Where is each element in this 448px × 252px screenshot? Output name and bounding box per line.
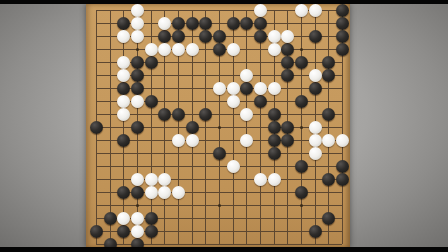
- black-stone: [254, 95, 267, 108]
- white-stone: [145, 186, 158, 199]
- white-stone: [158, 186, 171, 199]
- black-stone: [322, 56, 335, 69]
- grid-line-horizontal: [96, 140, 342, 141]
- hoshi-point: [218, 126, 221, 129]
- hoshi-point: [300, 48, 303, 51]
- black-stone: [268, 108, 281, 121]
- black-stone: [199, 30, 212, 43]
- black-stone: [213, 43, 226, 56]
- black-stone: [322, 69, 335, 82]
- white-stone: [240, 134, 253, 147]
- white-stone: [131, 17, 144, 30]
- white-stone: [158, 17, 171, 30]
- black-stone: [309, 30, 322, 43]
- hoshi-point: [300, 126, 303, 129]
- letterbox-bottom-bar: [0, 247, 448, 252]
- grid-line-vertical: [260, 10, 261, 244]
- black-stone: [131, 82, 144, 95]
- black-stone: [145, 225, 158, 238]
- white-stone: [268, 30, 281, 43]
- black-stone: [186, 17, 199, 30]
- white-stone: [227, 160, 240, 173]
- white-stone: [117, 212, 130, 225]
- black-stone: [145, 95, 158, 108]
- video-frame: [0, 0, 448, 252]
- white-stone: [172, 134, 185, 147]
- black-stone: [322, 108, 335, 121]
- black-stone: [172, 30, 185, 43]
- black-stone: [172, 108, 185, 121]
- black-stone: [213, 147, 226, 160]
- black-stone: [117, 186, 130, 199]
- go-board[interactable]: [86, 4, 350, 248]
- white-stone: [131, 225, 144, 238]
- black-stone: [90, 225, 103, 238]
- white-stone: [295, 4, 308, 17]
- black-stone: [336, 17, 349, 30]
- black-stone: [131, 56, 144, 69]
- black-stone: [131, 69, 144, 82]
- black-stone: [186, 121, 199, 134]
- black-stone: [268, 121, 281, 134]
- black-stone: [90, 121, 103, 134]
- hoshi-point: [136, 204, 139, 207]
- hoshi-point: [136, 48, 139, 51]
- white-stone: [158, 43, 171, 56]
- black-stone: [281, 43, 294, 56]
- black-stone: [336, 160, 349, 173]
- black-stone: [281, 69, 294, 82]
- white-stone: [254, 82, 267, 95]
- white-stone: [158, 173, 171, 186]
- black-stone: [104, 212, 117, 225]
- black-stone: [117, 17, 130, 30]
- grid-line-vertical: [246, 10, 247, 244]
- black-stone: [336, 43, 349, 56]
- black-stone: [117, 134, 130, 147]
- white-stone: [117, 30, 130, 43]
- white-stone: [213, 82, 226, 95]
- black-stone: [268, 134, 281, 147]
- black-stone: [227, 17, 240, 30]
- white-stone: [131, 173, 144, 186]
- white-stone: [268, 43, 281, 56]
- white-stone: [309, 134, 322, 147]
- black-stone: [240, 17, 253, 30]
- black-stone: [158, 30, 171, 43]
- white-stone: [117, 56, 130, 69]
- grid-line-vertical: [328, 10, 329, 244]
- hoshi-point: [218, 204, 221, 207]
- white-stone: [309, 4, 322, 17]
- white-stone: [336, 134, 349, 147]
- white-stone: [117, 108, 130, 121]
- white-stone: [131, 4, 144, 17]
- white-stone: [281, 30, 294, 43]
- white-stone: [186, 134, 199, 147]
- white-stone: [309, 121, 322, 134]
- black-stone: [254, 17, 267, 30]
- black-stone: [281, 121, 294, 134]
- black-stone: [322, 173, 335, 186]
- black-stone: [295, 95, 308, 108]
- white-stone: [145, 43, 158, 56]
- black-stone: [145, 56, 158, 69]
- white-stone: [268, 82, 281, 95]
- white-stone: [117, 95, 130, 108]
- white-stone: [131, 30, 144, 43]
- white-stone: [131, 95, 144, 108]
- black-stone: [199, 17, 212, 30]
- white-stone: [322, 134, 335, 147]
- black-stone: [240, 82, 253, 95]
- black-stone: [295, 186, 308, 199]
- hoshi-point: [300, 204, 303, 207]
- black-stone: [295, 56, 308, 69]
- white-stone: [240, 69, 253, 82]
- black-stone: [117, 225, 130, 238]
- black-stone: [322, 212, 335, 225]
- white-stone: [172, 43, 185, 56]
- white-stone: [254, 4, 267, 17]
- white-stone: [145, 173, 158, 186]
- black-stone: [336, 4, 349, 17]
- black-stone: [145, 212, 158, 225]
- black-stone: [131, 186, 144, 199]
- white-stone: [227, 43, 240, 56]
- white-stone: [117, 69, 130, 82]
- black-stone: [268, 147, 281, 160]
- black-stone: [309, 82, 322, 95]
- black-stone: [254, 30, 267, 43]
- black-stone: [281, 134, 294, 147]
- white-stone: [227, 95, 240, 108]
- black-stone: [309, 225, 322, 238]
- white-stone: [309, 147, 322, 160]
- black-stone: [172, 17, 185, 30]
- white-stone: [240, 108, 253, 121]
- black-stone: [213, 30, 226, 43]
- white-stone: [131, 212, 144, 225]
- black-stone: [281, 56, 294, 69]
- black-stone: [336, 30, 349, 43]
- black-stone: [336, 173, 349, 186]
- black-stone: [158, 108, 171, 121]
- white-stone: [227, 82, 240, 95]
- black-stone: [295, 160, 308, 173]
- black-stone: [131, 121, 144, 134]
- white-stone: [186, 43, 199, 56]
- white-stone: [254, 173, 267, 186]
- black-stone: [117, 82, 130, 95]
- white-stone: [172, 186, 185, 199]
- black-stone: [199, 108, 212, 121]
- white-stone: [268, 173, 281, 186]
- letterbox-top-bar: [0, 0, 448, 4]
- white-stone: [309, 69, 322, 82]
